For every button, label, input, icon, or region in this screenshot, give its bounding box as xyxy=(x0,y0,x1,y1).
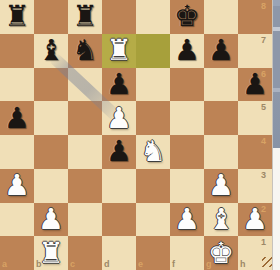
square-g1[interactable]: ♚g xyxy=(204,236,238,270)
rank-label-2: 2 xyxy=(261,204,266,214)
square-f2[interactable]: ♟ xyxy=(170,203,204,237)
square-b1[interactable]: ♜b xyxy=(34,236,68,270)
square-c6[interactable] xyxy=(68,68,102,102)
rank-label-3: 3 xyxy=(261,170,266,180)
square-b2[interactable]: ♟ xyxy=(34,203,68,237)
square-b4[interactable] xyxy=(34,135,68,169)
rank-label-1: 1 xyxy=(261,237,266,247)
square-f1[interactable]: f xyxy=(170,236,204,270)
square-h5[interactable]: 5 xyxy=(238,101,272,135)
rank-label-4: 4 xyxy=(261,136,266,146)
piece-black-bishop-b7[interactable]: ♝ xyxy=(34,34,68,68)
square-g2[interactable]: ♝ xyxy=(204,203,238,237)
square-h4[interactable]: 4 xyxy=(238,135,272,169)
square-e1[interactable]: e xyxy=(136,236,170,270)
square-g8[interactable] xyxy=(204,0,238,34)
piece-black-pawn-g7[interactable]: ♟ xyxy=(204,34,238,68)
piece-black-pawn-d6[interactable]: ♟ xyxy=(102,68,136,102)
square-a8[interactable]: ♜ xyxy=(0,0,34,34)
square-d4[interactable]: ♟ xyxy=(102,135,136,169)
piece-white-knight-e4[interactable]: ♞ xyxy=(136,135,170,169)
piece-black-knight-c7[interactable]: ♞ xyxy=(68,34,102,68)
square-f8[interactable]: ♚ xyxy=(170,0,204,34)
square-d3[interactable] xyxy=(102,169,136,203)
piece-black-pawn-h6[interactable]: ♟ xyxy=(238,68,272,102)
square-e5[interactable] xyxy=(136,101,170,135)
square-c1[interactable]: c xyxy=(68,236,102,270)
square-a6[interactable] xyxy=(0,68,34,102)
square-a1[interactable]: a xyxy=(0,236,34,270)
square-d1[interactable]: d xyxy=(102,236,136,270)
square-d6[interactable]: ♟ xyxy=(102,68,136,102)
square-c8[interactable]: ♜ xyxy=(68,0,102,34)
square-f6[interactable] xyxy=(170,68,204,102)
square-d7[interactable]: ♜ xyxy=(102,34,136,68)
square-g5[interactable] xyxy=(204,101,238,135)
square-h6[interactable]: ♟6 xyxy=(238,68,272,102)
square-c7[interactable]: ♞ xyxy=(68,34,102,68)
piece-black-pawn-f7[interactable]: ♟ xyxy=(170,34,204,68)
chess-app-window: ♜♜♚8♝♞♜♟♟7♟♟6♟♟5♟♞4♟♟3♟♟♝♟2a♜bcdef♚g1h xyxy=(0,0,280,270)
piece-black-pawn-d4[interactable]: ♟ xyxy=(102,135,136,169)
piece-black-rook-a8[interactable]: ♜ xyxy=(0,0,34,34)
square-c5[interactable] xyxy=(68,101,102,135)
square-b7[interactable]: ♝ xyxy=(34,34,68,68)
rank-label-7: 7 xyxy=(261,35,266,45)
square-a4[interactable] xyxy=(0,135,34,169)
square-h8[interactable]: 8 xyxy=(238,0,272,34)
square-g6[interactable] xyxy=(204,68,238,102)
square-h2[interactable]: ♟2 xyxy=(238,203,272,237)
square-b5[interactable] xyxy=(34,101,68,135)
rank-label-8: 8 xyxy=(261,1,266,11)
square-a7[interactable] xyxy=(0,34,34,68)
square-g3[interactable]: ♟ xyxy=(204,169,238,203)
piece-white-pawn-b2[interactable]: ♟ xyxy=(34,203,68,237)
file-label-b: b xyxy=(36,259,42,269)
file-label-c: c xyxy=(70,259,75,269)
square-h3[interactable]: 3 xyxy=(238,169,272,203)
file-label-e: e xyxy=(138,259,143,269)
square-b3[interactable] xyxy=(34,169,68,203)
file-label-d: d xyxy=(104,259,110,269)
square-f7[interactable]: ♟ xyxy=(170,34,204,68)
square-f3[interactable] xyxy=(170,169,204,203)
file-label-h: h xyxy=(240,259,246,269)
square-e7[interactable] xyxy=(136,34,170,68)
square-e8[interactable] xyxy=(136,0,170,34)
square-e6[interactable] xyxy=(136,68,170,102)
file-label-a: a xyxy=(2,259,7,269)
square-f4[interactable] xyxy=(170,135,204,169)
square-c4[interactable] xyxy=(68,135,102,169)
square-e3[interactable] xyxy=(136,169,170,203)
file-label-f: f xyxy=(172,259,175,269)
square-g4[interactable] xyxy=(204,135,238,169)
square-a3[interactable]: ♟ xyxy=(0,169,34,203)
piece-white-rook-d7[interactable]: ♜ xyxy=(102,34,136,68)
resize-grip-icon[interactable] xyxy=(262,257,272,267)
piece-white-pawn-d5[interactable]: ♟ xyxy=(102,101,136,135)
square-d5[interactable]: ♟ xyxy=(102,101,136,135)
square-h7[interactable]: 7 xyxy=(238,34,272,68)
square-d8[interactable] xyxy=(102,0,136,34)
square-d2[interactable] xyxy=(102,203,136,237)
square-b8[interactable] xyxy=(34,0,68,34)
file-label-g: g xyxy=(206,259,212,269)
piece-white-pawn-g3[interactable]: ♟ xyxy=(204,169,238,203)
scrollbar-thumb[interactable] xyxy=(273,0,280,148)
piece-black-rook-c8[interactable]: ♜ xyxy=(68,0,102,34)
square-e2[interactable] xyxy=(136,203,170,237)
piece-white-bishop-g2[interactable]: ♝ xyxy=(204,203,238,237)
square-g7[interactable]: ♟ xyxy=(204,34,238,68)
piece-white-pawn-h2[interactable]: ♟ xyxy=(238,203,272,237)
chess-board: ♜♜♚8♝♞♜♟♟7♟♟6♟♟5♟♞4♟♟3♟♟♝♟2a♜bcdef♚g1h xyxy=(0,0,272,270)
square-c3[interactable] xyxy=(68,169,102,203)
square-c2[interactable] xyxy=(68,203,102,237)
rank-label-6: 6 xyxy=(261,69,266,79)
piece-white-pawn-a3[interactable]: ♟ xyxy=(0,169,34,203)
square-a2[interactable] xyxy=(0,203,34,237)
square-e4[interactable]: ♞ xyxy=(136,135,170,169)
piece-black-pawn-a5[interactable]: ♟ xyxy=(0,101,34,135)
square-f5[interactable] xyxy=(170,101,204,135)
piece-white-pawn-f2[interactable]: ♟ xyxy=(170,203,204,237)
square-b6[interactable] xyxy=(34,68,68,102)
rank-label-5: 5 xyxy=(261,102,266,112)
scrollbar-track[interactable] xyxy=(272,0,280,270)
square-a5[interactable]: ♟ xyxy=(0,101,34,135)
piece-black-king-f8[interactable]: ♚ xyxy=(170,0,204,34)
